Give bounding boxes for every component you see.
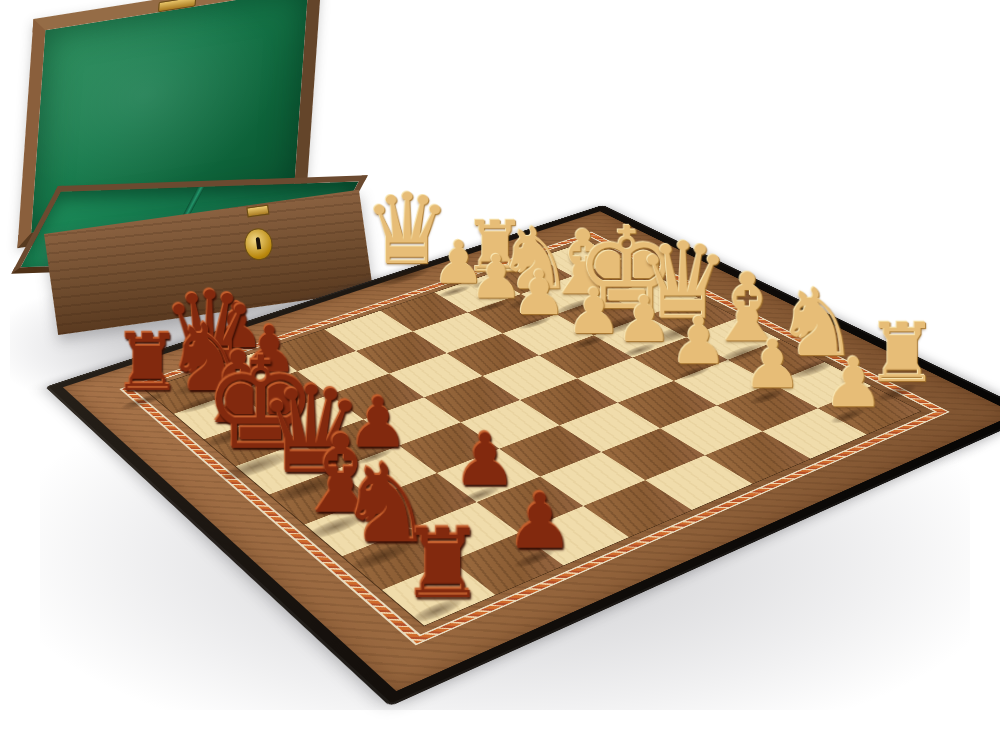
pawn-glyph: ♟ — [566, 281, 622, 344]
brass-nameplate — [158, 0, 196, 12]
pawn-glyph: ♟ — [823, 349, 884, 417]
brass-latch-icon — [246, 205, 269, 218]
brass-keyhole-icon — [243, 227, 275, 263]
pawn-glyph: ♟ — [506, 484, 574, 560]
rook-glyph: ♜ — [400, 517, 486, 613]
chessboard: ♛♟♜♟♞♟♝♟♚♟♛♟♝♟♞♟♜♜♛♞♟♟♝♚♛♟♝♟♞♜♟ — [45, 205, 1000, 707]
pawn-glyph: ♟ — [743, 331, 803, 398]
pawn-glyph: ♟ — [512, 263, 567, 324]
product-photo-scene: ♛♟♜♟♞♟♝♟♚♟♛♟♝♟♞♟♜♜♛♞♟♟♝♚♛♟♝♟♞♜♟ — [0, 0, 1000, 729]
pawn-glyph: ♟ — [615, 288, 672, 351]
pawn-glyph: ♟ — [670, 309, 728, 374]
